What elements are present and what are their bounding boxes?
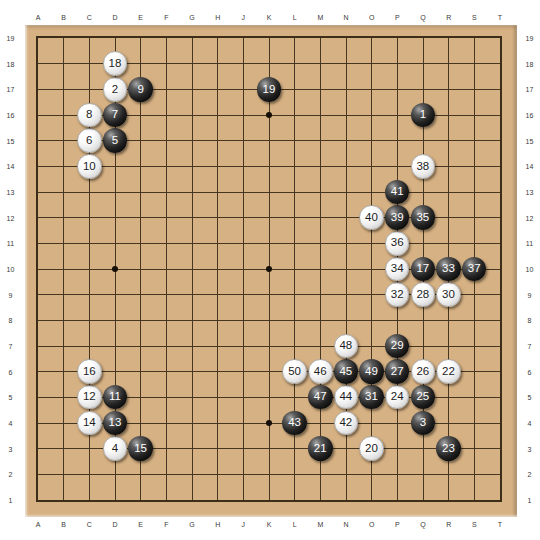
col-label-top-L: L <box>293 14 297 21</box>
go-board[interactable]: 1234567891011121314151617181920212223242… <box>25 25 517 517</box>
col-label-top-S: S <box>472 14 477 21</box>
stone-black-E3[interactable]: 15 <box>128 436 153 461</box>
stone-white-O3[interactable]: 20 <box>359 436 384 461</box>
col-label-top-A: A <box>36 14 41 21</box>
row-label-right-5: 5 <box>528 394 532 401</box>
stone-black-E17[interactable]: 9 <box>128 77 153 102</box>
col-label-bottom-G: G <box>189 521 194 528</box>
stone-white-R9[interactable]: 30 <box>436 282 461 307</box>
row-label-right-19: 19 <box>526 35 534 42</box>
stone-black-O5[interactable]: 31 <box>359 385 384 410</box>
col-label-bottom-E: E <box>138 521 143 528</box>
stone-white-N7[interactable]: 48 <box>334 334 359 359</box>
col-label-bottom-Q: Q <box>420 521 425 528</box>
col-label-bottom-R: R <box>446 521 451 528</box>
row-label-left-5: 5 <box>9 394 13 401</box>
stone-white-C4[interactable]: 14 <box>77 411 102 436</box>
row-label-right-3: 3 <box>528 445 532 452</box>
row-label-right-4: 4 <box>528 420 532 427</box>
row-label-right-16: 16 <box>526 112 534 119</box>
col-label-top-R: R <box>446 14 451 21</box>
col-label-bottom-S: S <box>472 521 477 528</box>
stone-white-N5[interactable]: 44 <box>334 385 359 410</box>
col-label-bottom-P: P <box>395 521 400 528</box>
row-label-left-10: 10 <box>7 266 15 273</box>
row-label-left-2: 2 <box>9 471 13 478</box>
stone-white-N4[interactable]: 42 <box>334 411 359 436</box>
stone-white-C6[interactable]: 16 <box>77 359 102 384</box>
col-label-bottom-O: O <box>369 521 374 528</box>
row-label-left-16: 16 <box>7 112 15 119</box>
stone-black-D5[interactable]: 11 <box>103 385 128 410</box>
stone-black-D16[interactable]: 7 <box>103 103 128 128</box>
row-label-right-13: 13 <box>526 189 534 196</box>
col-label-bottom-B: B <box>61 521 66 528</box>
col-label-bottom-M: M <box>317 521 323 528</box>
stone-white-L6[interactable]: 50 <box>282 359 307 384</box>
col-label-top-P: P <box>395 14 400 21</box>
stone-white-M6[interactable]: 46 <box>308 359 333 384</box>
col-label-top-J: J <box>242 14 246 21</box>
col-label-top-K: K <box>267 14 272 21</box>
col-label-top-B: B <box>61 14 66 21</box>
row-label-right-6: 6 <box>528 368 532 375</box>
col-label-bottom-T: T <box>498 521 502 528</box>
stone-white-Q14[interactable]: 38 <box>411 154 436 179</box>
row-label-left-1: 1 <box>9 497 13 504</box>
col-label-bottom-F: F <box>164 521 168 528</box>
stone-black-R10[interactable]: 33 <box>436 257 461 282</box>
row-label-right-7: 7 <box>528 343 532 350</box>
col-label-top-D: D <box>112 14 117 21</box>
col-label-top-H: H <box>215 14 220 21</box>
stone-black-Q4[interactable]: 3 <box>411 411 436 436</box>
row-label-right-18: 18 <box>526 60 534 67</box>
col-label-top-E: E <box>138 14 143 21</box>
row-label-left-14: 14 <box>7 163 15 170</box>
row-label-right-17: 17 <box>526 86 534 93</box>
stone-white-C16[interactable]: 8 <box>77 103 102 128</box>
row-label-left-7: 7 <box>9 343 13 350</box>
col-label-bottom-L: L <box>293 521 297 528</box>
stones-grid: 1234567891011121314151617181920212223242… <box>25 25 512 512</box>
row-label-left-4: 4 <box>9 420 13 427</box>
col-label-top-O: O <box>369 14 374 21</box>
col-label-bottom-H: H <box>215 521 220 528</box>
stone-black-P12[interactable]: 39 <box>385 205 410 230</box>
stone-white-C5[interactable]: 12 <box>77 385 102 410</box>
stone-white-P9[interactable]: 32 <box>385 282 410 307</box>
row-label-left-9: 9 <box>9 291 13 298</box>
row-label-left-15: 15 <box>7 137 15 144</box>
col-label-bottom-K: K <box>267 521 272 528</box>
row-label-right-1: 1 <box>528 497 532 504</box>
stone-black-Q10[interactable]: 17 <box>411 257 436 282</box>
stone-white-P5[interactable]: 24 <box>385 385 410 410</box>
stone-white-P10[interactable]: 34 <box>385 257 410 282</box>
col-label-bottom-J: J <box>242 521 246 528</box>
stone-white-R6[interactable]: 22 <box>436 359 461 384</box>
stone-black-Q16[interactable]: 1 <box>411 103 436 128</box>
stone-black-M3[interactable]: 21 <box>308 436 333 461</box>
row-label-left-3: 3 <box>9 445 13 452</box>
col-label-bottom-C: C <box>87 521 92 528</box>
stone-white-D3[interactable]: 4 <box>103 436 128 461</box>
go-kifu-page: 1234567891011121314151617181920212223242… <box>0 0 540 540</box>
row-label-right-10: 10 <box>526 266 534 273</box>
col-label-top-M: M <box>317 14 323 21</box>
stone-white-P11[interactable]: 36 <box>385 231 410 256</box>
col-label-top-C: C <box>87 14 92 21</box>
row-label-right-8: 8 <box>528 317 532 324</box>
stone-black-L4[interactable]: 43 <box>282 411 307 436</box>
col-label-bottom-A: A <box>36 521 41 528</box>
stone-black-P6[interactable]: 27 <box>385 359 410 384</box>
stone-black-Q12[interactable]: 35 <box>411 205 436 230</box>
stone-white-Q6[interactable]: 26 <box>411 359 436 384</box>
row-label-right-14: 14 <box>526 163 534 170</box>
row-label-left-13: 13 <box>7 189 15 196</box>
stone-black-D4[interactable]: 13 <box>103 411 128 436</box>
col-label-top-N: N <box>343 14 348 21</box>
stone-black-P7[interactable]: 29 <box>385 334 410 359</box>
col-label-top-T: T <box>498 14 502 21</box>
row-label-right-9: 9 <box>528 291 532 298</box>
stone-black-Q5[interactable]: 25 <box>411 385 436 410</box>
stone-black-N6[interactable]: 45 <box>334 359 359 384</box>
col-label-top-Q: Q <box>420 14 425 21</box>
stone-white-D17[interactable]: 2 <box>103 77 128 102</box>
stone-black-R3[interactable]: 23 <box>436 436 461 461</box>
row-label-left-19: 19 <box>7 35 15 42</box>
row-label-left-12: 12 <box>7 214 15 221</box>
row-label-left-6: 6 <box>9 368 13 375</box>
stone-black-D15[interactable]: 5 <box>103 128 128 153</box>
row-label-right-2: 2 <box>528 471 532 478</box>
col-label-bottom-D: D <box>112 521 117 528</box>
stone-white-C15[interactable]: 6 <box>77 128 102 153</box>
stone-black-S10[interactable]: 37 <box>462 257 487 282</box>
col-label-bottom-N: N <box>343 521 348 528</box>
stone-white-O12[interactable]: 40 <box>359 205 384 230</box>
row-label-left-11: 11 <box>7 240 14 247</box>
row-label-right-11: 11 <box>526 240 533 247</box>
col-label-top-F: F <box>164 14 168 21</box>
col-label-top-G: G <box>189 14 194 21</box>
stone-white-D18[interactable]: 18 <box>103 51 128 76</box>
row-label-left-8: 8 <box>9 317 13 324</box>
row-label-right-15: 15 <box>526 137 534 144</box>
stone-black-K17[interactable]: 19 <box>257 77 282 102</box>
row-label-left-18: 18 <box>7 60 15 67</box>
stone-white-C14[interactable]: 10 <box>77 154 102 179</box>
stone-black-O6[interactable]: 49 <box>359 359 384 384</box>
stone-white-Q9[interactable]: 28 <box>411 282 436 307</box>
row-label-left-17: 17 <box>7 86 15 93</box>
stone-black-P13[interactable]: 41 <box>385 180 410 205</box>
stone-black-M5[interactable]: 47 <box>308 385 333 410</box>
row-label-right-12: 12 <box>526 214 534 221</box>
